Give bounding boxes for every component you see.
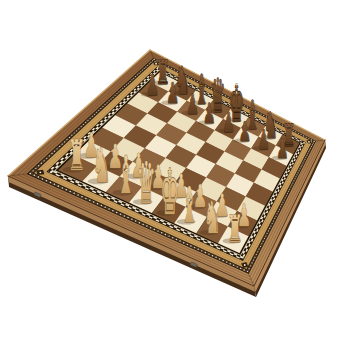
inlay-dot bbox=[251, 262, 252, 263]
inlay-dot bbox=[303, 163, 304, 164]
inlay-dot bbox=[65, 189, 67, 191]
inlay-dot bbox=[107, 102, 108, 103]
inlay-dot bbox=[219, 258, 220, 259]
inlay-dot bbox=[280, 206, 281, 207]
inlay-dot bbox=[124, 86, 125, 87]
inlay-dot bbox=[226, 261, 227, 262]
inlay-dot bbox=[113, 97, 114, 98]
inlay-dot bbox=[127, 217, 129, 219]
inlay-dot bbox=[124, 215, 126, 217]
inlay-dot bbox=[290, 187, 291, 188]
inlay-dot bbox=[73, 192, 75, 194]
inlay-dot bbox=[120, 90, 121, 91]
inlay-dot bbox=[274, 218, 275, 219]
inlay-dot bbox=[310, 148, 311, 149]
inlay-dot bbox=[96, 112, 97, 113]
inlay-dot bbox=[291, 184, 292, 185]
inlay-dot bbox=[279, 123, 280, 124]
inlay-dot bbox=[62, 187, 64, 189]
inlay-dot bbox=[257, 251, 258, 252]
piece-white-king-e1[interactable]: ♚ bbox=[160, 155, 179, 229]
inlay-dot bbox=[35, 168, 36, 169]
inlay-dot bbox=[270, 225, 271, 226]
inlay-dot bbox=[208, 253, 209, 254]
inlay-dot bbox=[294, 178, 295, 179]
inlay-dot bbox=[154, 229, 155, 230]
inlay-dot bbox=[187, 244, 188, 245]
inlay-dot bbox=[42, 178, 44, 180]
inlay-dot bbox=[54, 151, 55, 152]
piece-white-knight-b1[interactable]: ♞ bbox=[92, 137, 111, 194]
inlay-dot bbox=[306, 155, 307, 156]
inlay-dot bbox=[285, 197, 286, 198]
inlay-dot bbox=[154, 59, 155, 60]
inlay-dot bbox=[265, 235, 266, 236]
inlay-dot bbox=[303, 135, 304, 136]
inlay-dot bbox=[179, 240, 180, 241]
inlay-dot bbox=[286, 195, 287, 196]
corner-diamond-dot bbox=[244, 264, 246, 266]
inlay-dot bbox=[77, 194, 79, 196]
inlay-dot bbox=[150, 62, 151, 63]
inlay-dot bbox=[183, 242, 184, 243]
inlay-dot bbox=[144, 68, 145, 69]
inlay-dot bbox=[105, 104, 106, 105]
inlay-dot bbox=[69, 191, 71, 193]
inlay-dot bbox=[149, 63, 150, 64]
inlay-dot bbox=[98, 110, 99, 111]
inlay-dot bbox=[46, 158, 47, 159]
inlay-dot bbox=[267, 233, 268, 234]
piece-black-pawn-g7[interactable]: ♟ bbox=[257, 124, 269, 155]
inlay-dot bbox=[131, 79, 132, 80]
inlay-dot bbox=[145, 66, 146, 67]
inlay-dot bbox=[146, 225, 147, 226]
inlay-dot bbox=[81, 196, 83, 198]
inlay-dot bbox=[30, 173, 31, 174]
inlay-dot bbox=[137, 74, 138, 75]
inlay-dot bbox=[264, 238, 265, 239]
product-photo: ♜♞♝♛♚♝♞♜♟♟♟♟♟♟♟♟♟♟♟♟♟♟♟♟♜♞♝♛♚♝♞♜ bbox=[0, 0, 340, 340]
inlay-dot bbox=[58, 185, 60, 187]
inlay-dot bbox=[311, 146, 312, 147]
inlay-dot bbox=[282, 202, 283, 203]
inlay-dot bbox=[118, 91, 119, 92]
inlay-dot bbox=[289, 189, 290, 190]
inlay-dot bbox=[253, 260, 254, 261]
inlay-dot bbox=[305, 157, 306, 158]
piece-black-pawn-c7[interactable]: ♟ bbox=[186, 87, 199, 120]
inlay-dot bbox=[197, 249, 198, 250]
inlay-dot bbox=[168, 235, 169, 236]
inlay-dot bbox=[176, 239, 177, 240]
inlay-dot bbox=[307, 153, 308, 154]
inlay-dot bbox=[249, 268, 250, 269]
inlay-dot bbox=[233, 265, 234, 266]
inlay-dot bbox=[81, 126, 82, 127]
inlay-dot bbox=[172, 237, 173, 238]
inlay-dot bbox=[281, 204, 282, 205]
inlay-dot bbox=[275, 216, 276, 217]
piece-white-bishop-f1[interactable]: ♝ bbox=[181, 176, 198, 234]
inlay-dot bbox=[131, 219, 132, 220]
inlay-dot bbox=[90, 118, 91, 119]
inlay-dot bbox=[190, 245, 191, 246]
inlay-dot bbox=[288, 191, 289, 192]
inlay-dot bbox=[303, 161, 304, 162]
inlay-dot bbox=[311, 139, 312, 140]
inlay-dot bbox=[43, 160, 44, 161]
inlay-dot bbox=[300, 168, 301, 169]
piece-white-queen-d1[interactable]: ♛ bbox=[137, 149, 156, 215]
inlay-dot bbox=[304, 159, 305, 160]
inlay-dot bbox=[85, 122, 86, 123]
inlay-dot bbox=[260, 246, 261, 247]
inlay-dot bbox=[298, 172, 299, 173]
inlay-dot bbox=[240, 268, 241, 269]
inlay-dot bbox=[237, 266, 238, 267]
inlay-dot bbox=[308, 138, 309, 139]
inlay-dot bbox=[272, 223, 273, 224]
inlay-dot bbox=[247, 271, 248, 272]
inlay-dot bbox=[89, 200, 91, 202]
inlay-dot bbox=[269, 228, 270, 229]
inlay-dot bbox=[301, 166, 302, 167]
inlay-dot bbox=[268, 230, 269, 231]
inlay-dot bbox=[104, 207, 106, 209]
inlay-dot bbox=[284, 200, 285, 201]
inlay-dot bbox=[295, 131, 296, 132]
inlay-dot bbox=[171, 68, 172, 69]
inlay-dot bbox=[94, 114, 95, 115]
inlay-dot bbox=[243, 269, 244, 270]
corner-diamond-dot bbox=[39, 171, 41, 173]
inlay-dot bbox=[287, 193, 288, 194]
inlay-dot bbox=[301, 134, 302, 135]
inlay-dot bbox=[64, 141, 65, 142]
inlay-dot bbox=[260, 114, 261, 115]
inlay-dot bbox=[314, 141, 315, 142]
inlay-dot bbox=[261, 243, 262, 244]
piece-black-pawn-a7[interactable]: ♟ bbox=[146, 69, 159, 102]
piece-black-pawn-e7[interactable]: ♟ bbox=[222, 106, 235, 137]
inlay-dot bbox=[54, 184, 56, 186]
inlay-dot bbox=[250, 265, 251, 266]
inlay-dot bbox=[205, 252, 206, 253]
inlay-dot bbox=[147, 65, 148, 66]
inlay-dot bbox=[111, 99, 112, 100]
inlay-dot bbox=[41, 163, 42, 164]
chess-board: ♜♞♝♛♚♝♞♜♟♟♟♟♟♟♟♟♟♟♟♟♟♟♟♟♜♞♝♛♚♝♞♜ bbox=[0, 0, 340, 340]
inlay-dot bbox=[306, 137, 307, 138]
inlay-dot bbox=[92, 116, 93, 117]
inlay-dot bbox=[157, 230, 158, 231]
inlay-dot bbox=[273, 221, 274, 222]
inlay-dot bbox=[120, 213, 122, 215]
inlay-dot bbox=[101, 205, 103, 207]
piece-black-pawn-f7[interactable]: ♟ bbox=[238, 116, 251, 147]
inlay-dot bbox=[133, 78, 134, 79]
inlay-dot bbox=[112, 210, 114, 212]
inlay-dot bbox=[313, 142, 314, 143]
inlay-dot bbox=[130, 81, 131, 82]
inlay-dot bbox=[126, 84, 127, 85]
inlay-dot bbox=[191, 78, 192, 79]
inlay-dot bbox=[78, 128, 79, 129]
inlay-dot bbox=[152, 60, 153, 61]
inlay-dot bbox=[50, 182, 52, 184]
inlay-dot bbox=[128, 83, 129, 84]
inlay-dot bbox=[49, 155, 50, 156]
inlay-dot bbox=[108, 208, 110, 210]
inlay-dot bbox=[308, 151, 309, 152]
inlay-dot bbox=[59, 146, 60, 147]
inlay-dot bbox=[229, 263, 230, 264]
inlay-dot bbox=[56, 148, 57, 149]
inlay-dot bbox=[135, 76, 136, 77]
inlay-dot bbox=[140, 71, 141, 72]
inlay-dot bbox=[222, 260, 223, 261]
inlay-dot bbox=[161, 232, 162, 233]
inlay-dot bbox=[109, 100, 110, 101]
inlay-dot bbox=[278, 211, 279, 212]
inlay-dot bbox=[139, 73, 140, 74]
piece-white-rook-h1[interactable]: ♜ bbox=[227, 207, 243, 250]
inlay-dot bbox=[150, 227, 151, 228]
inlay-dot bbox=[254, 257, 255, 258]
piece-white-bishop-c1[interactable]: ♝ bbox=[117, 146, 135, 205]
inlay-dot bbox=[296, 176, 297, 177]
inlay-dot bbox=[32, 170, 33, 171]
piece-black-pawn-b7[interactable]: ♟ bbox=[166, 77, 179, 110]
inlay-dot bbox=[62, 144, 63, 145]
inlay-dot bbox=[139, 222, 140, 223]
inlay-dot bbox=[115, 95, 116, 96]
inlay-dot bbox=[135, 220, 136, 221]
inlay-dot bbox=[100, 108, 101, 109]
inlay-dot bbox=[38, 165, 39, 166]
piece-black-pawn-d7[interactable]: ♟ bbox=[203, 97, 216, 130]
piece-white-knight-g1[interactable]: ♞ bbox=[204, 192, 222, 244]
inlay-dot bbox=[97, 203, 99, 205]
inlay-dot bbox=[85, 198, 87, 200]
inlay-dot bbox=[215, 257, 216, 258]
inlay-dot bbox=[312, 144, 313, 145]
piece-black-pawn-h7[interactable]: ♟ bbox=[276, 133, 288, 164]
inlay-dot bbox=[87, 120, 88, 121]
inlay-dot bbox=[309, 150, 310, 151]
inlay-dot bbox=[277, 213, 278, 214]
inlay-dot bbox=[142, 224, 143, 225]
inlay-dot bbox=[212, 255, 213, 256]
inlay-dot bbox=[122, 88, 123, 89]
inlay-dot bbox=[38, 176, 40, 178]
inlay-dot bbox=[34, 174, 36, 176]
inlay-dot bbox=[142, 70, 143, 71]
inlay-dot bbox=[293, 180, 294, 181]
inlay-dot bbox=[297, 174, 298, 175]
inlay-dot bbox=[165, 234, 166, 235]
inlay-dot bbox=[292, 182, 293, 183]
inlay-dot bbox=[117, 93, 118, 94]
black-king-finial-highlight bbox=[235, 83, 237, 85]
inlay-dot bbox=[302, 164, 303, 165]
corner-diamond-dot bbox=[308, 141, 310, 143]
inlay-dot bbox=[93, 201, 95, 203]
piece-white-rook-a1[interactable]: ♜ bbox=[68, 131, 86, 181]
inlay-dot bbox=[102, 106, 103, 107]
inlay-dot bbox=[263, 241, 264, 242]
inlay-dot bbox=[116, 212, 118, 214]
inlay-dot bbox=[279, 209, 280, 210]
inlay-dot bbox=[46, 180, 48, 182]
inlay-dot bbox=[259, 249, 260, 250]
inlay-dot bbox=[201, 250, 202, 251]
inlay-dot bbox=[51, 153, 52, 154]
inlay-dot bbox=[298, 133, 299, 134]
inlay-dot bbox=[194, 247, 195, 248]
inlay-dot bbox=[299, 170, 300, 171]
inlay-dot bbox=[256, 254, 257, 255]
